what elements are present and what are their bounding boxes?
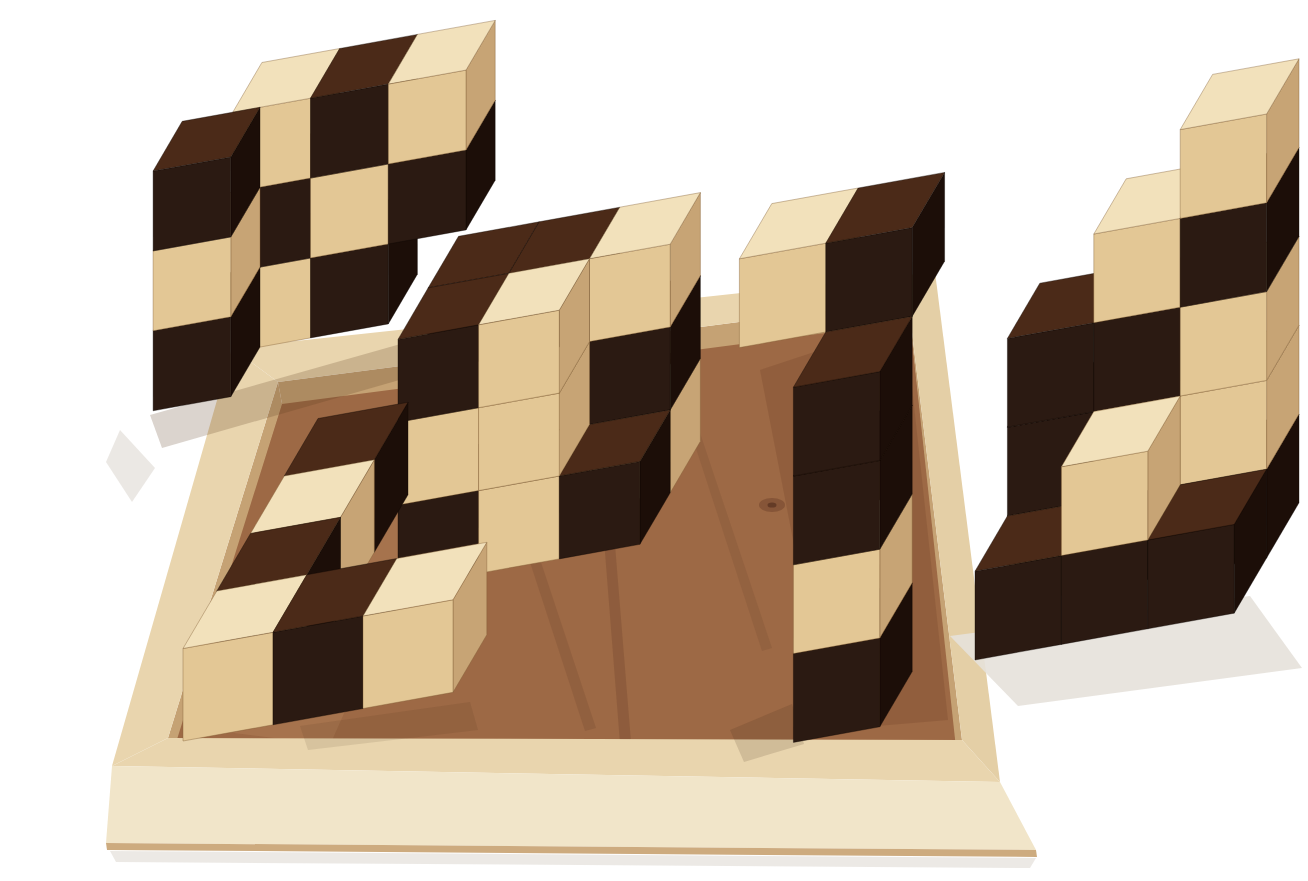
scene-canvas — [0, 0, 1308, 881]
floor-knot-core — [768, 502, 777, 507]
cube-D-front-face — [153, 317, 231, 411]
cube-D-front-face — [398, 325, 479, 422]
cube-L-front-face — [1180, 114, 1266, 218]
cube-D-front-face — [388, 150, 466, 244]
cube-L-front-face — [1061, 451, 1147, 555]
cube-L-front-face — [793, 549, 879, 653]
cube-L-front-face — [183, 632, 273, 741]
cube-L-front-face — [388, 70, 466, 164]
cube-D-front-face — [1007, 323, 1093, 427]
cube-D-front-face — [311, 84, 389, 178]
cube-D-front-face — [1180, 203, 1266, 307]
cube-D-front-face — [793, 638, 879, 742]
cube-L-front-face — [739, 243, 825, 347]
cube-D-front-face — [1148, 524, 1234, 628]
cube-L-front-face — [311, 164, 389, 258]
cube-D-front-face — [1061, 540, 1147, 644]
cube-L-front-face — [479, 476, 560, 573]
cube-L-front-face — [1180, 380, 1266, 484]
cube-L-front-face — [1180, 292, 1266, 396]
cube-D-front-face — [793, 460, 879, 564]
cube-L-front-face — [479, 393, 560, 491]
piece-corner-tower — [975, 59, 1299, 660]
puzzle-photo — [0, 0, 1308, 881]
cube-D-front-face — [273, 616, 363, 725]
cube-D-front-face — [975, 556, 1061, 660]
cube-D-front-face — [311, 244, 389, 338]
cube-D-front-face — [826, 228, 912, 332]
wall-ground-shadow — [106, 430, 155, 502]
cube-L-front-face — [363, 600, 453, 709]
cube-L-front-face — [479, 310, 560, 408]
cube-D-front-face — [153, 157, 231, 251]
cube-D-front-face — [793, 372, 879, 476]
cube-L-front-face — [398, 408, 479, 505]
cube-D-front-face — [1094, 307, 1180, 411]
cube-D-front-face — [590, 327, 671, 425]
cube-L-front-face — [590, 244, 671, 341]
cube-L-front-face — [1094, 218, 1180, 322]
cube-D-front-face — [559, 461, 640, 559]
cube-L-front-face — [153, 237, 231, 331]
